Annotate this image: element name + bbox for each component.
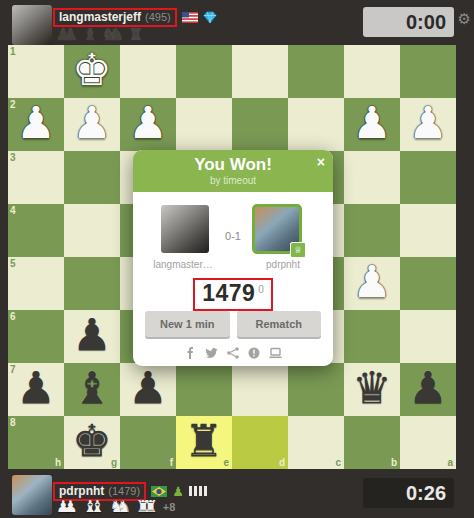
square-e8[interactable]: e♜ bbox=[176, 416, 232, 469]
square-g8[interactable]: g♚ bbox=[64, 416, 120, 469]
file-label-a: a bbox=[447, 457, 453, 468]
square-h3[interactable]: 3 bbox=[8, 151, 64, 204]
square-h7[interactable]: 7♟ bbox=[8, 363, 64, 416]
rank-label-5: 5 bbox=[10, 258, 16, 269]
bottom-player-bar: pdrpnht (1479) ♟ ♟♟♝♝♞♞♜♜+8 0:26 bbox=[0, 469, 474, 518]
file-label-b: b bbox=[391, 457, 397, 468]
square-g4[interactable] bbox=[64, 204, 120, 257]
captured-group: ♞♞ bbox=[102, 27, 124, 43]
square-f1[interactable] bbox=[120, 45, 176, 98]
square-c7[interactable] bbox=[288, 363, 344, 416]
winner-badge-icon: ♕ bbox=[290, 242, 306, 258]
top-player-name[interactable]: langmasterjeff bbox=[59, 10, 141, 24]
top-player-name-annotation-box: langmasterjeff (495) bbox=[53, 8, 177, 27]
black-bishop-g7: ♝ bbox=[72, 366, 111, 410]
square-d2[interactable] bbox=[232, 98, 288, 151]
square-a6[interactable] bbox=[400, 310, 456, 363]
dialog-score: 0-1 bbox=[133, 230, 333, 242]
square-f8[interactable]: f bbox=[120, 416, 176, 469]
square-f2[interactable]: ♟ bbox=[120, 98, 176, 151]
black-pawn-g6: ♟ bbox=[72, 313, 111, 357]
white-king-g1: ♚ bbox=[72, 48, 111, 92]
facebook-icon[interactable] bbox=[184, 347, 196, 359]
square-h2[interactable]: 2♟ bbox=[8, 98, 64, 151]
captured-group: ♝ bbox=[83, 27, 97, 43]
settings-gear-icon[interactable]: ⚙ bbox=[458, 12, 471, 27]
square-a8[interactable]: a bbox=[400, 416, 456, 469]
top-player-rating: (495) bbox=[145, 11, 171, 23]
square-g7[interactable]: ♝ bbox=[64, 363, 120, 416]
game-over-dialog: You Won! by timeout × ♕ 0-1 langmaster… … bbox=[133, 150, 333, 366]
square-b7[interactable]: ♛ bbox=[344, 363, 400, 416]
captured-group: ♜♜ bbox=[136, 499, 158, 515]
pawn-status-icon: ♟ bbox=[172, 485, 184, 498]
top-player-avatar[interactable] bbox=[12, 5, 52, 45]
square-d7[interactable] bbox=[232, 363, 288, 416]
top-player-captured-pieces: ♟♟♝♞♞♜ bbox=[56, 26, 143, 43]
connection-bars-icon bbox=[189, 486, 207, 496]
brazil-flag-icon bbox=[151, 486, 167, 497]
square-b3[interactable] bbox=[344, 151, 400, 204]
square-g6[interactable]: ♟ bbox=[64, 310, 120, 363]
rank-label-6: 6 bbox=[10, 311, 16, 322]
black-queen-b7: ♛ bbox=[352, 366, 391, 410]
dialog-header: You Won! by timeout × bbox=[133, 150, 333, 192]
us-flag-icon bbox=[182, 12, 198, 23]
twitter-icon[interactable] bbox=[205, 348, 218, 359]
square-d1[interactable] bbox=[232, 45, 288, 98]
square-b2[interactable]: ♟ bbox=[344, 98, 400, 151]
square-a4[interactable] bbox=[400, 204, 456, 257]
white-pawn-h2: ♟ bbox=[16, 101, 55, 145]
file-label-f: f bbox=[170, 457, 173, 468]
white-pawn-f2: ♟ bbox=[128, 101, 167, 145]
file-label-c: c bbox=[335, 457, 341, 468]
square-h1[interactable]: 1 bbox=[8, 45, 64, 98]
square-b4[interactable] bbox=[344, 204, 400, 257]
rematch-button[interactable]: Rematch bbox=[237, 311, 322, 337]
square-h6[interactable]: 6 bbox=[8, 310, 64, 363]
square-d8[interactable]: d bbox=[232, 416, 288, 469]
square-e7[interactable] bbox=[176, 363, 232, 416]
white-pawn-b2: ♟ bbox=[352, 101, 391, 145]
square-c2[interactable] bbox=[288, 98, 344, 151]
square-g5[interactable] bbox=[64, 257, 120, 310]
bottom-player-rating: (1479) bbox=[108, 485, 140, 497]
square-g2[interactable]: ♟ bbox=[64, 98, 120, 151]
new-1-min-button[interactable]: New 1 min bbox=[145, 311, 230, 337]
square-b6[interactable] bbox=[344, 310, 400, 363]
dialog-white-player-name: langmaster… bbox=[133, 259, 233, 270]
black-pawn-h7: ♟ bbox=[16, 366, 55, 410]
dialog-black-player-avatar[interactable]: ♕ bbox=[252, 204, 302, 254]
white-pawn-b5: ♟ bbox=[352, 260, 391, 304]
diamond-membership-icon bbox=[203, 11, 217, 24]
white-pawn-a2: ♟ bbox=[408, 101, 447, 145]
captured-group: ♟♟ bbox=[56, 27, 78, 43]
square-a5[interactable] bbox=[400, 257, 456, 310]
file-label-g: g bbox=[111, 457, 117, 468]
square-e1[interactable] bbox=[176, 45, 232, 98]
file-label-d: d bbox=[279, 457, 285, 468]
black-rook-e8: ♜ bbox=[184, 419, 223, 463]
rank-label-3: 3 bbox=[10, 152, 16, 163]
square-a1[interactable] bbox=[400, 45, 456, 98]
rank-label-8: 8 bbox=[10, 417, 16, 428]
info-icon[interactable] bbox=[248, 347, 260, 359]
square-b1[interactable] bbox=[344, 45, 400, 98]
square-g1[interactable]: ♚ bbox=[64, 45, 120, 98]
square-c8[interactable]: c bbox=[288, 416, 344, 469]
black-pawn-a7: ♟ bbox=[408, 366, 447, 410]
rating-change: 0 bbox=[258, 284, 264, 295]
rank-label-2: 2 bbox=[10, 99, 16, 110]
rank-label-7: 7 bbox=[10, 364, 16, 375]
bottom-player-captured-pieces: ♟♟♝♝♞♞♜♜+8 bbox=[56, 498, 175, 515]
square-h4[interactable]: 4 bbox=[8, 204, 64, 257]
captured-group: ♞♞ bbox=[109, 499, 131, 515]
dialog-title: You Won! bbox=[133, 150, 333, 175]
rank-label-1: 1 bbox=[10, 46, 16, 57]
square-a2[interactable]: ♟ bbox=[400, 98, 456, 151]
material-advantage: +8 bbox=[163, 501, 176, 513]
square-h8[interactable]: 8h bbox=[8, 416, 64, 469]
computer-icon[interactable] bbox=[269, 347, 282, 359]
captured-group: ♝♝ bbox=[83, 499, 105, 515]
black-pawn-f7: ♟ bbox=[128, 366, 167, 410]
file-label-e: e bbox=[223, 457, 229, 468]
rank-label-4: 4 bbox=[10, 205, 16, 216]
square-a7[interactable]: ♟ bbox=[400, 363, 456, 416]
share-icon[interactable] bbox=[227, 347, 239, 359]
square-b5[interactable]: ♟ bbox=[344, 257, 400, 310]
square-g3[interactable] bbox=[64, 151, 120, 204]
new-rating: 1479 bbox=[202, 280, 255, 306]
top-player-clock: 0:00 bbox=[363, 7, 454, 37]
black-king-g8: ♚ bbox=[72, 419, 111, 463]
square-e2[interactable] bbox=[176, 98, 232, 151]
captured-group: ♜ bbox=[129, 27, 143, 43]
square-a3[interactable] bbox=[400, 151, 456, 204]
bottom-player-avatar[interactable] bbox=[12, 475, 52, 515]
top-player-bar: langmasterjeff (495) ♟♟♝♞♞♜ 0:00 ⚙ bbox=[0, 0, 474, 45]
dialog-black-player-name: pdrpnht bbox=[233, 259, 333, 270]
bottom-player-name[interactable]: pdrpnht bbox=[59, 484, 104, 498]
dialog-white-player-avatar[interactable] bbox=[161, 205, 209, 253]
white-pawn-g2: ♟ bbox=[72, 101, 111, 145]
square-h5[interactable]: 5 bbox=[8, 257, 64, 310]
rating-annotation-box: 14790 bbox=[193, 278, 273, 311]
close-icon[interactable]: × bbox=[317, 154, 325, 170]
bottom-player-clock: 0:26 bbox=[363, 478, 454, 508]
file-label-h: h bbox=[55, 457, 61, 468]
square-f7[interactable]: ♟ bbox=[120, 363, 176, 416]
dialog-subtitle: by timeout bbox=[133, 175, 333, 186]
captured-group: ♟♟ bbox=[56, 499, 78, 515]
square-c1[interactable] bbox=[288, 45, 344, 98]
square-b8[interactable]: b bbox=[344, 416, 400, 469]
